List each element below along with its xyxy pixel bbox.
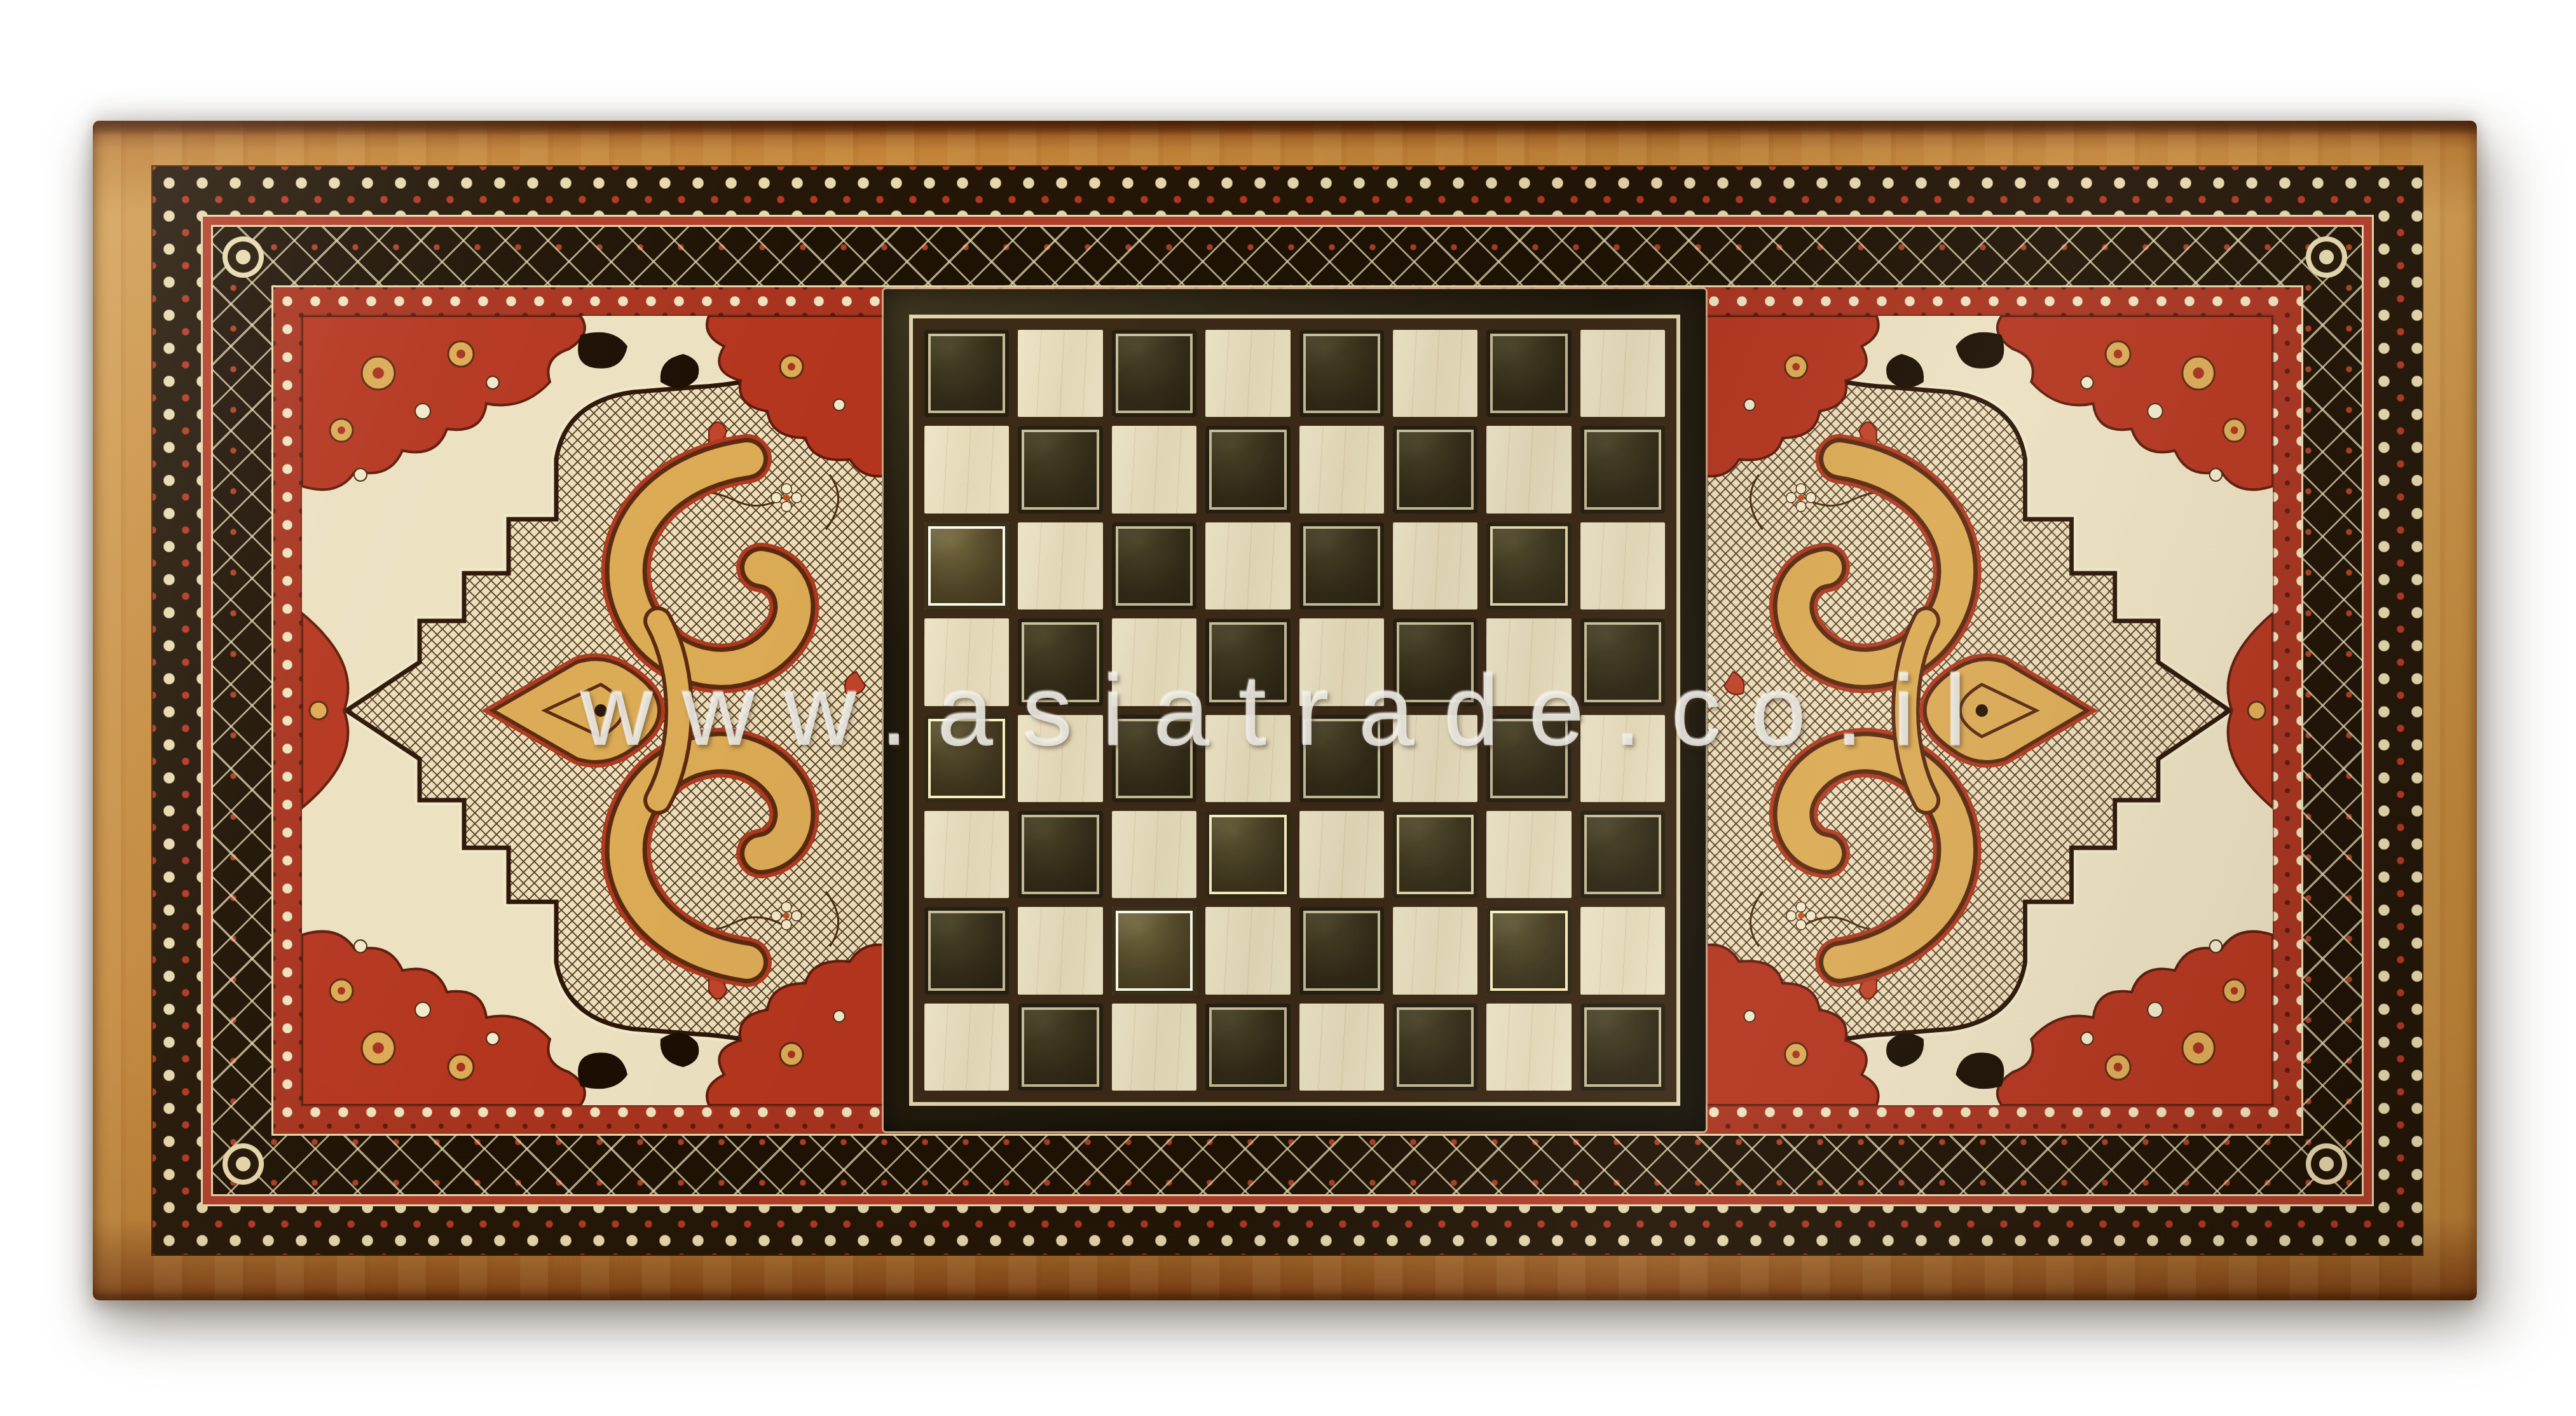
board-square [1299, 522, 1384, 609]
board-square [1580, 618, 1665, 705]
ornament-panel-right [1706, 316, 2273, 1105]
chessboard-squares [917, 322, 1673, 1098]
board-square [1018, 618, 1102, 705]
board-square [1205, 907, 1290, 994]
board-square [1393, 715, 1477, 802]
board-square [1205, 811, 1290, 898]
board-square [1112, 426, 1196, 513]
board-square [1393, 811, 1477, 898]
board-square [1486, 1004, 1571, 1091]
board-square [1393, 618, 1477, 705]
board-square [1393, 522, 1477, 609]
board-square [1299, 715, 1384, 802]
board-square [1393, 426, 1477, 513]
board-square [1393, 330, 1477, 417]
board-square [924, 907, 1009, 994]
board-square [1580, 715, 1665, 802]
board-square [1112, 811, 1196, 898]
board-square [1205, 330, 1290, 417]
board-square [1299, 811, 1384, 898]
board-square [1018, 330, 1102, 417]
wood-frame-edge [93, 121, 2477, 135]
board-square [1112, 330, 1196, 417]
board-square [1486, 330, 1571, 417]
board-square [1299, 907, 1384, 994]
chessboard [884, 289, 1706, 1131]
board-square [1393, 1004, 1477, 1091]
board-square [1205, 715, 1290, 802]
board-square [1112, 715, 1196, 802]
board-square [1205, 522, 1290, 609]
board-square [1393, 907, 1477, 994]
board-square [924, 618, 1009, 705]
board-square [1486, 426, 1571, 513]
board-square [924, 811, 1009, 898]
board-square [924, 522, 1009, 609]
board-square [1205, 618, 1290, 705]
board-square [1299, 618, 1384, 705]
board-square [1486, 715, 1571, 802]
board-square [1580, 907, 1665, 994]
board-square [1299, 426, 1384, 513]
board-square [1580, 522, 1665, 609]
board-square [1580, 330, 1665, 417]
board-square [1205, 426, 1290, 513]
ornament-panel-left [302, 316, 884, 1105]
board-square [1112, 907, 1196, 994]
board-square [1486, 811, 1571, 898]
board-square [924, 1004, 1009, 1091]
board-square [1018, 1004, 1102, 1091]
board-square [924, 426, 1009, 513]
board-square [1580, 811, 1665, 898]
board-square [1486, 522, 1571, 609]
board-square [1580, 426, 1665, 513]
board-square [1299, 330, 1384, 417]
board-square [924, 330, 1009, 417]
board-square [1018, 715, 1102, 802]
board-square [1018, 811, 1102, 898]
board-square [1112, 522, 1196, 609]
board-square [1018, 426, 1102, 513]
board-square [1018, 907, 1102, 994]
board-square [1205, 1004, 1290, 1091]
board-square [924, 715, 1009, 802]
board-square [1112, 1004, 1196, 1091]
board-square [1486, 907, 1571, 994]
board-square [1018, 522, 1102, 609]
board-square [1580, 1004, 1665, 1091]
backgammon-case-lid [93, 121, 2477, 1300]
board-square [1299, 1004, 1384, 1091]
board-square [1112, 618, 1196, 705]
board-square [1486, 618, 1571, 705]
